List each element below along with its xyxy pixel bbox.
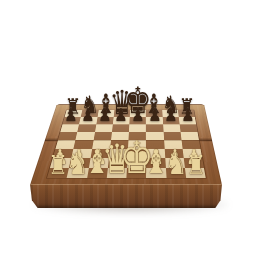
piece-black-pawn-f7[interactable]: ♟ [148, 107, 161, 125]
piece-black-pawn-e7[interactable]: ♟ [131, 107, 144, 125]
chess-set-photo: ♜♞♝♛♚♝♞♜♟♟♟♟♟♟♟♟♟♟♟♟♟♟♟♟♜♞♝♛♚♝♞♜ [0, 0, 259, 259]
piece-black-pawn-g7[interactable]: ♟ [164, 107, 177, 125]
piece-black-pawn-b7[interactable]: ♟ [81, 107, 94, 125]
hinge-notch-left [44, 139, 57, 142]
piece-black-pawn-c7[interactable]: ♟ [98, 107, 111, 125]
piece-black-pawn-h7[interactable]: ♟ [181, 107, 194, 125]
piece-white-rook-a1[interactable]: ♜ [48, 153, 68, 179]
piece-black-pawn-a7[interactable]: ♟ [65, 107, 78, 125]
piece-white-knight-g1[interactable]: ♞ [165, 149, 188, 179]
hinge-notch-right [200, 139, 213, 142]
board-front-edge [30, 184, 222, 208]
piece-white-rook-h1[interactable]: ♜ [186, 153, 206, 179]
piece-black-pawn-d7[interactable]: ♟ [115, 107, 128, 125]
